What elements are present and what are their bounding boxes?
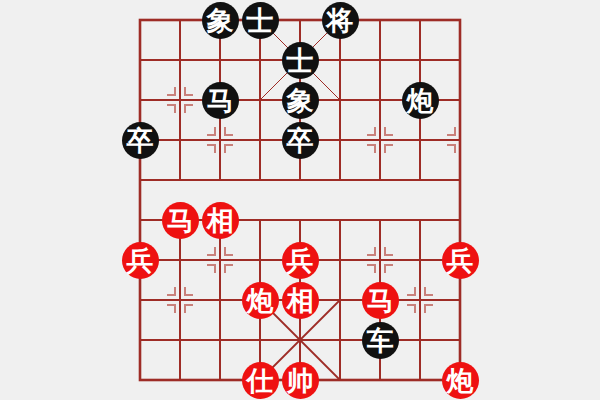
piece-black-chariot-f7r9[interactable]: 车: [362, 322, 399, 359]
piece-black-soldier-f1r4[interactable]: 卒: [122, 122, 159, 159]
piece-black-advisor-f4r1[interactable]: 士: [242, 2, 279, 39]
piece-red-horse-f7r8[interactable]: 马: [362, 282, 399, 319]
piece-red-advisor-f4r10[interactable]: 仕: [242, 362, 279, 399]
piece-red-cannon-f9r10[interactable]: 炮: [442, 362, 479, 399]
piece-red-elephant-f3r6[interactable]: 相: [202, 202, 239, 239]
piece-red-horse-f2r6[interactable]: 马: [162, 202, 199, 239]
piece-red-soldier-f9r7[interactable]: 兵: [442, 242, 479, 279]
piece-black-advisor-f5r2[interactable]: 士: [282, 42, 319, 79]
piece-red-soldier-f5r7[interactable]: 兵: [282, 242, 319, 279]
xiangqi-app: 象士将士马象炮卒卒马相兵兵兵炮相马车仕帅炮: [0, 0, 600, 400]
piece-black-general-f6r1[interactable]: 将: [322, 2, 359, 39]
pieces-layer: 象士将士马象炮卒卒马相兵兵兵炮相马车仕帅炮: [120, 0, 480, 400]
piece-black-elephant-f5r3[interactable]: 象: [282, 82, 319, 119]
piece-red-elephant-f5r8[interactable]: 相: [282, 282, 319, 319]
piece-black-elephant-f3r1[interactable]: 象: [202, 2, 239, 39]
piece-red-general-f5r10[interactable]: 帅: [282, 362, 319, 399]
piece-black-horse-f3r3[interactable]: 马: [202, 82, 239, 119]
piece-black-cannon-f8r3[interactable]: 炮: [402, 82, 439, 119]
piece-red-cannon-f4r8[interactable]: 炮: [242, 282, 279, 319]
piece-red-soldier-f1r7[interactable]: 兵: [122, 242, 159, 279]
piece-black-soldier-f5r4[interactable]: 卒: [282, 122, 319, 159]
